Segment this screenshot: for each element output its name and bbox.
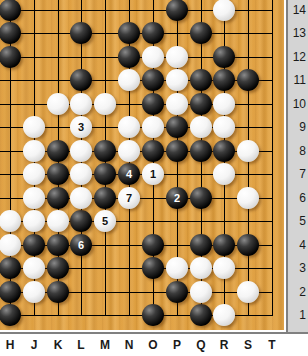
go-game-screenshot: 4263175 1413121110987654321 HJKLMNOPQRST	[0, 0, 308, 356]
column-coordinate-N: N	[121, 338, 137, 352]
white-stone-R10[interactable]	[213, 93, 235, 115]
black-stone-H12[interactable]	[0, 46, 21, 68]
white-stone-N6[interactable]: 7	[118, 187, 140, 209]
black-stone-H14[interactable]	[0, 0, 21, 21]
black-stone-P9[interactable]	[166, 116, 188, 138]
black-stone-K7[interactable]	[47, 163, 69, 185]
black-stone-O8[interactable]	[142, 140, 164, 162]
move-number-label: 2	[174, 193, 180, 204]
black-stone-P2[interactable]	[166, 281, 188, 303]
column-coordinate-S: S	[240, 338, 256, 352]
move-number-label: 7	[126, 193, 132, 204]
white-stone-L10[interactable]	[70, 93, 92, 115]
black-stone-J4[interactable]	[23, 234, 45, 256]
white-stone-H5[interactable]	[0, 210, 21, 232]
column-coordinate-H: H	[2, 338, 18, 352]
black-stone-O4[interactable]	[142, 234, 164, 256]
column-coordinate-P: P	[169, 338, 185, 352]
black-stone-Q4[interactable]	[190, 234, 212, 256]
black-stone-P8[interactable]	[166, 140, 188, 162]
black-stone-M8[interactable]	[94, 140, 116, 162]
column-coordinate-O: O	[145, 338, 161, 352]
move-number-label: 3	[78, 122, 84, 133]
black-stone-N12[interactable]	[118, 46, 140, 68]
black-stone-N13[interactable]	[118, 22, 140, 44]
black-stone-P14[interactable]	[166, 0, 188, 21]
black-stone-R11[interactable]	[213, 69, 235, 91]
column-coordinate-T: T	[264, 338, 280, 352]
black-stone-S11[interactable]	[237, 69, 259, 91]
row-coordinate-4: 4	[288, 238, 306, 252]
black-stone-R8[interactable]	[213, 140, 235, 162]
black-stone-O13[interactable]	[142, 22, 164, 44]
move-number-label: 6	[78, 240, 84, 251]
row-coordinate-6: 6	[288, 191, 306, 205]
white-stone-O12[interactable]	[142, 46, 164, 68]
go-board[interactable]: 4263175	[0, 0, 284, 330]
white-stone-S6[interactable]	[237, 187, 259, 209]
white-stone-Q9[interactable]	[190, 116, 212, 138]
black-stone-S4[interactable]	[237, 234, 259, 256]
white-stone-P3[interactable]	[166, 257, 188, 279]
black-stone-P6[interactable]: 2	[166, 187, 188, 209]
row-coordinate-8: 8	[288, 144, 306, 158]
move-number-label: 5	[102, 216, 108, 227]
white-stone-O7[interactable]: 1	[142, 163, 164, 185]
white-stone-P10[interactable]	[166, 93, 188, 115]
white-stone-K5[interactable]	[47, 210, 69, 232]
column-coordinate-strip: HJKLMNOPQRST	[0, 332, 308, 356]
white-stone-L8[interactable]	[70, 140, 92, 162]
white-stone-Q3[interactable]	[190, 257, 212, 279]
column-coordinate-J: J	[26, 338, 42, 352]
white-stone-R14[interactable]	[213, 0, 235, 21]
move-number-label: 4	[126, 169, 132, 180]
black-stone-Q11[interactable]	[190, 69, 212, 91]
white-stone-N9[interactable]	[118, 116, 140, 138]
black-stone-R4[interactable]	[213, 234, 235, 256]
row-coordinate-1: 1	[288, 308, 306, 322]
black-stone-O1[interactable]	[142, 304, 164, 326]
white-stone-R9[interactable]	[213, 116, 235, 138]
white-stone-L9[interactable]: 3	[70, 116, 92, 138]
black-stone-K3[interactable]	[47, 257, 69, 279]
black-stone-H1[interactable]	[0, 304, 21, 326]
white-stone-J3[interactable]	[23, 257, 45, 279]
white-stone-L7[interactable]	[70, 163, 92, 185]
white-stone-Q2[interactable]	[190, 281, 212, 303]
black-stone-Q6[interactable]	[190, 187, 212, 209]
column-coordinate-M: M	[97, 338, 113, 352]
row-coordinate-10: 10	[288, 97, 306, 111]
black-stone-O10[interactable]	[142, 93, 164, 115]
white-stone-P11[interactable]	[166, 69, 188, 91]
white-stone-R3[interactable]	[213, 257, 235, 279]
white-stone-J9[interactable]	[23, 116, 45, 138]
row-coordinate-7: 7	[288, 167, 306, 181]
column-coordinate-Q: Q	[193, 338, 209, 352]
row-coordinate-11: 11	[288, 73, 306, 87]
white-stone-J5[interactable]	[23, 210, 45, 232]
black-stone-K2[interactable]	[47, 281, 69, 303]
row-coordinate-13: 13	[288, 26, 306, 40]
white-stone-J8[interactable]	[23, 140, 45, 162]
black-stone-H3[interactable]	[0, 257, 21, 279]
black-stone-H13[interactable]	[0, 22, 21, 44]
row-coordinate-5: 5	[288, 214, 306, 228]
black-stone-Q8[interactable]	[190, 140, 212, 162]
black-stone-K8[interactable]	[47, 140, 69, 162]
row-coordinate-14: 14	[288, 3, 306, 17]
white-stone-S2[interactable]	[237, 281, 259, 303]
white-stone-H4[interactable]	[0, 234, 21, 256]
column-coordinate-L: L	[73, 338, 89, 352]
white-stone-N8[interactable]	[118, 140, 140, 162]
black-stone-Q10[interactable]	[190, 93, 212, 115]
column-coordinate-K: K	[50, 338, 66, 352]
black-stone-L11[interactable]	[70, 69, 92, 91]
black-stone-R12[interactable]	[213, 46, 235, 68]
black-stone-O3[interactable]	[142, 257, 164, 279]
move-number-label: 1	[150, 169, 156, 180]
black-stone-N7[interactable]: 4	[118, 163, 140, 185]
white-stone-N11[interactable]	[118, 69, 140, 91]
black-stone-L4[interactable]: 6	[70, 234, 92, 256]
white-stone-J2[interactable]	[23, 281, 45, 303]
black-stone-K4[interactable]	[47, 234, 69, 256]
row-coordinate-strip: 1413121110987654321	[286, 0, 308, 332]
row-coordinate-3: 3	[288, 261, 306, 275]
black-stone-O11[interactable]	[142, 69, 164, 91]
black-stone-Q13[interactable]	[190, 22, 212, 44]
black-stone-H2[interactable]	[0, 281, 21, 303]
black-stone-M6[interactable]	[94, 187, 116, 209]
black-stone-M7[interactable]	[94, 163, 116, 185]
white-stone-K10[interactable]	[47, 93, 69, 115]
white-stone-L6[interactable]	[70, 187, 92, 209]
white-stone-R7[interactable]	[213, 163, 235, 185]
white-stone-S8[interactable]	[237, 140, 259, 162]
white-stone-P12[interactable]	[166, 46, 188, 68]
white-stone-R1[interactable]	[213, 304, 235, 326]
white-stone-J7[interactable]	[23, 163, 45, 185]
black-stone-Q1[interactable]	[190, 304, 212, 326]
black-stone-K6[interactable]	[47, 187, 69, 209]
white-stone-O9[interactable]	[142, 116, 164, 138]
black-stone-L13[interactable]	[70, 22, 92, 44]
column-coordinate-R: R	[216, 338, 232, 352]
white-stone-J6[interactable]	[23, 187, 45, 209]
white-stone-M5[interactable]: 5	[94, 210, 116, 232]
white-stone-M10[interactable]	[94, 93, 116, 115]
row-coordinate-12: 12	[288, 50, 306, 64]
row-coordinate-9: 9	[288, 120, 306, 134]
row-coordinate-2: 2	[288, 285, 306, 299]
black-stone-L5[interactable]	[70, 210, 92, 232]
